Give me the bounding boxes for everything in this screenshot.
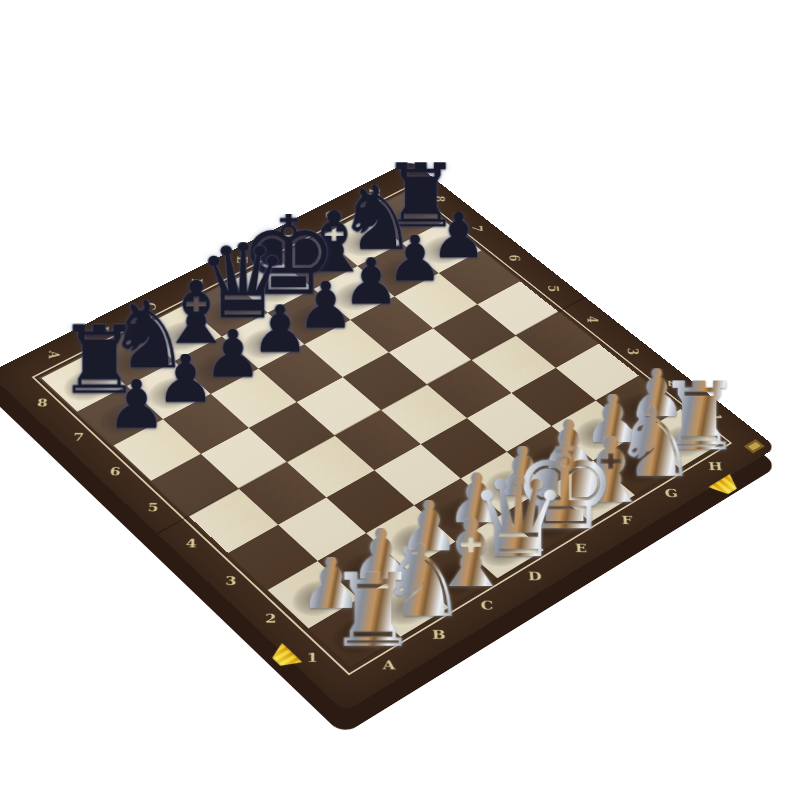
coord-rank-6-left: 6 <box>110 465 122 478</box>
coord-rank-5-left: 5 <box>147 501 158 515</box>
product-photo-scene: ♜♞♝♛♚♝♞♜♟♟♟♟♟♟♟♟♟♟♟♟♟♟♟♟♜♞♝♛♚♝♞♜ 88AA77B… <box>0 0 800 800</box>
coord-file-F-near: F <box>621 514 633 528</box>
coord-file-G-far: G <box>322 211 339 219</box>
coord-file-D-far: D <box>188 278 206 287</box>
coord-rank-3-right: 3 <box>623 348 641 355</box>
coord-rank-4-left: 4 <box>186 537 197 551</box>
coord-file-G-near: G <box>664 487 679 500</box>
coord-rank-1-left: 1 <box>307 650 318 665</box>
coord-rank-5-right: 5 <box>544 285 562 292</box>
coord-rank-8-left: 8 <box>37 397 49 410</box>
chess-board: ♜♞♝♛♚♝♞♜♟♟♟♟♟♟♟♟♟♟♟♟♟♟♟♟♜♞♝♛♚♝♞♜ 88AA77B… <box>0 160 776 712</box>
coord-file-F-far: F <box>278 234 295 241</box>
coord-rank-7-right: 7 <box>468 225 485 232</box>
coord-file-C-far: C <box>141 302 159 310</box>
coord-rank-2-left: 2 <box>265 611 276 626</box>
maker-emblem-icon <box>744 439 765 454</box>
coord-file-D-near: D <box>527 569 542 583</box>
coord-file-B-near: B <box>432 628 446 643</box>
coord-file-A-near: A <box>383 658 396 673</box>
coord-rank-6-right: 6 <box>506 255 523 262</box>
coord-rank-8-right: 8 <box>431 196 448 203</box>
board-grid: ♜♞♝♛♚♝♞♜♟♟♟♟♟♟♟♟♟♟♟♟♟♟♟♟♜♞♝♛♚♝♞♜ <box>41 192 722 668</box>
coord-rank-7-left: 7 <box>73 431 85 444</box>
white-rook-a1[interactable]: ♜ <box>327 571 418 650</box>
coord-file-C-near: C <box>480 598 494 612</box>
coord-file-E-near: E <box>575 541 588 555</box>
coord-file-H-near: H <box>707 460 723 473</box>
black-pawn-a7[interactable]: ♟ <box>106 379 166 431</box>
coord-file-E-far: E <box>234 256 251 264</box>
coord-file-H-far: H <box>366 189 383 198</box>
coord-rank-3-left: 3 <box>225 574 236 588</box>
coord-rank-4-right: 4 <box>583 316 601 323</box>
